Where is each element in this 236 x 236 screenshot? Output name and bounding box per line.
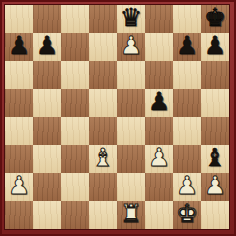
square-g4[interactable] <box>173 117 201 145</box>
square-f6[interactable] <box>145 61 173 89</box>
square-b4[interactable] <box>33 117 61 145</box>
square-g8[interactable] <box>173 5 201 33</box>
square-f7[interactable] <box>145 33 173 61</box>
black-queen[interactable]: ♛ <box>120 5 142 32</box>
square-h8[interactable]: ♚ <box>201 5 229 33</box>
black-pawn[interactable]: ♟ <box>176 33 198 60</box>
square-b7[interactable]: ♟ <box>33 33 61 61</box>
white-pawn[interactable]: ♟ <box>176 173 198 200</box>
square-d7[interactable] <box>89 33 117 61</box>
square-e6[interactable] <box>117 61 145 89</box>
square-f1[interactable] <box>145 201 173 229</box>
square-e8[interactable]: ♛ <box>117 5 145 33</box>
black-pawn[interactable]: ♟ <box>204 33 226 60</box>
square-c8[interactable] <box>61 5 89 33</box>
square-d3[interactable]: ♝ <box>89 145 117 173</box>
square-b6[interactable] <box>33 61 61 89</box>
square-f3[interactable]: ♟ <box>145 145 173 173</box>
square-c4[interactable] <box>61 117 89 145</box>
square-a3[interactable] <box>5 145 33 173</box>
square-c7[interactable] <box>61 33 89 61</box>
square-f5[interactable]: ♟ <box>145 89 173 117</box>
square-h6[interactable] <box>201 61 229 89</box>
square-g1[interactable]: ♚ <box>173 201 201 229</box>
square-c5[interactable] <box>61 89 89 117</box>
black-pawn[interactable]: ♟ <box>148 89 170 116</box>
square-a1[interactable] <box>5 201 33 229</box>
square-d8[interactable] <box>89 5 117 33</box>
square-d1[interactable] <box>89 201 117 229</box>
square-a7[interactable]: ♟ <box>5 33 33 61</box>
square-g2[interactable]: ♟ <box>173 173 201 201</box>
square-d5[interactable] <box>89 89 117 117</box>
square-b3[interactable] <box>33 145 61 173</box>
square-e7[interactable]: ♟ <box>117 33 145 61</box>
square-g6[interactable] <box>173 61 201 89</box>
square-g3[interactable] <box>173 145 201 173</box>
white-rook[interactable]: ♜ <box>120 201 142 228</box>
square-c3[interactable] <box>61 145 89 173</box>
square-e5[interactable] <box>117 89 145 117</box>
square-c6[interactable] <box>61 61 89 89</box>
square-g5[interactable] <box>173 89 201 117</box>
square-a4[interactable] <box>5 117 33 145</box>
square-f8[interactable] <box>145 5 173 33</box>
white-pawn[interactable]: ♟ <box>120 33 142 60</box>
white-pawn[interactable]: ♟ <box>204 173 226 200</box>
square-h3[interactable]: ♝ <box>201 145 229 173</box>
square-e2[interactable] <box>117 173 145 201</box>
black-pawn[interactable]: ♟ <box>36 33 58 60</box>
white-pawn[interactable]: ♟ <box>148 145 170 172</box>
white-pawn[interactable]: ♟ <box>8 173 30 200</box>
black-pawn[interactable]: ♟ <box>8 33 30 60</box>
square-h1[interactable] <box>201 201 229 229</box>
square-b5[interactable] <box>33 89 61 117</box>
square-b1[interactable] <box>33 201 61 229</box>
white-bishop[interactable]: ♝ <box>92 145 114 172</box>
square-h7[interactable]: ♟ <box>201 33 229 61</box>
square-e1[interactable]: ♜ <box>117 201 145 229</box>
square-g7[interactable]: ♟ <box>173 33 201 61</box>
square-h5[interactable] <box>201 89 229 117</box>
square-d6[interactable] <box>89 61 117 89</box>
square-d4[interactable] <box>89 117 117 145</box>
square-a2[interactable]: ♟ <box>5 173 33 201</box>
square-a6[interactable] <box>5 61 33 89</box>
square-e4[interactable] <box>117 117 145 145</box>
white-king[interactable]: ♚ <box>176 201 198 228</box>
black-king[interactable]: ♚ <box>204 5 226 32</box>
square-c1[interactable] <box>61 201 89 229</box>
square-b2[interactable] <box>33 173 61 201</box>
square-f2[interactable] <box>145 173 173 201</box>
square-c2[interactable] <box>61 173 89 201</box>
square-b8[interactable] <box>33 5 61 33</box>
square-h4[interactable] <box>201 117 229 145</box>
chess-board-frame: ♛♚♟♟♟♟♟♟♝♟♝♟♟♟♜♚ <box>0 0 236 236</box>
square-f4[interactable] <box>145 117 173 145</box>
square-a8[interactable] <box>5 5 33 33</box>
chess-board: ♛♚♟♟♟♟♟♟♝♟♝♟♟♟♜♚ <box>5 5 229 229</box>
square-e3[interactable] <box>117 145 145 173</box>
square-a5[interactable] <box>5 89 33 117</box>
square-d2[interactable] <box>89 173 117 201</box>
square-h2[interactable]: ♟ <box>201 173 229 201</box>
black-bishop[interactable]: ♝ <box>204 145 226 172</box>
